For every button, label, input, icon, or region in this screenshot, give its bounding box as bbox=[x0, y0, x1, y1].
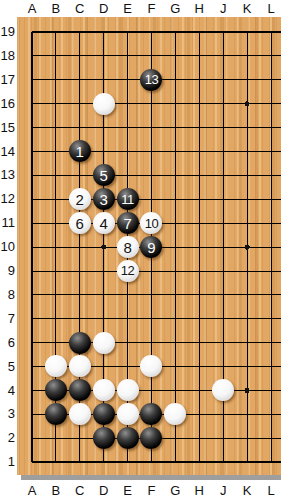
stone-E11[interactable]: 7 bbox=[117, 212, 139, 234]
stone-C5[interactable] bbox=[69, 355, 91, 377]
coordinate-label-row-11: 11 bbox=[0, 215, 15, 231]
coordinate-label-col-H: H bbox=[189, 0, 209, 17]
coordinate-label-row-5: 5 bbox=[0, 359, 15, 375]
coordinate-label-col-G: G bbox=[165, 482, 185, 499]
stone-D13[interactable]: 5 bbox=[93, 164, 115, 186]
coordinate-label-col-K: K bbox=[237, 482, 257, 499]
coordinate-label-row-14: 14 bbox=[0, 144, 15, 160]
stone-D6[interactable] bbox=[93, 332, 115, 354]
coordinate-label-col-D: D bbox=[94, 0, 114, 17]
stone-D2[interactable] bbox=[93, 427, 115, 449]
stone-F11[interactable]: 10 bbox=[140, 212, 162, 234]
stone-C3[interactable] bbox=[69, 403, 91, 425]
coordinate-label-row-12: 12 bbox=[0, 191, 15, 207]
coordinate-label-col-A: A bbox=[22, 482, 42, 499]
stone-J4[interactable] bbox=[212, 379, 234, 401]
move-number: 6 bbox=[76, 216, 84, 231]
coordinate-label-col-J: J bbox=[213, 482, 233, 499]
stone-B3[interactable] bbox=[45, 403, 67, 425]
stone-C11[interactable]: 6 bbox=[69, 212, 91, 234]
stone-B5[interactable] bbox=[45, 355, 67, 377]
stone-C12[interactable]: 2 bbox=[69, 188, 91, 210]
stone-E9[interactable]: 12 bbox=[117, 260, 139, 282]
stone-E3[interactable] bbox=[117, 403, 139, 425]
stone-E2[interactable] bbox=[117, 427, 139, 449]
coordinate-label-col-F: F bbox=[142, 482, 162, 499]
stone-F10[interactable]: 9 bbox=[140, 236, 162, 258]
coordinate-label-col-G: G bbox=[165, 0, 185, 17]
stone-D12[interactable]: 3 bbox=[93, 188, 115, 210]
stone-D11[interactable]: 4 bbox=[93, 212, 115, 234]
stone-C6[interactable] bbox=[69, 332, 91, 354]
coordinate-label-row-19: 19 bbox=[0, 24, 15, 40]
move-number: 12 bbox=[121, 264, 134, 277]
stone-F3[interactable] bbox=[140, 403, 162, 425]
stone-F2[interactable] bbox=[140, 427, 162, 449]
coordinate-label-col-E: E bbox=[118, 482, 138, 499]
coordinate-label-col-D: D bbox=[94, 482, 114, 499]
coordinate-label-row-17: 17 bbox=[0, 72, 15, 88]
stone-B4[interactable] bbox=[45, 379, 67, 401]
move-number: 8 bbox=[123, 240, 131, 255]
stone-F5[interactable] bbox=[140, 355, 162, 377]
go-diagram: ABCDEFGHJKL 1918171615141312111098765432… bbox=[0, 0, 281, 500]
coordinate-label-col-J: J bbox=[213, 0, 233, 17]
move-number: 13 bbox=[145, 73, 158, 86]
coordinate-label-col-L: L bbox=[261, 0, 281, 17]
stone-E4[interactable] bbox=[117, 379, 139, 401]
move-number: 10 bbox=[145, 217, 158, 230]
move-number: 9 bbox=[147, 240, 155, 255]
stone-C4[interactable] bbox=[69, 379, 91, 401]
coordinate-label-row-16: 16 bbox=[0, 96, 15, 112]
coordinate-label-col-F: F bbox=[142, 0, 162, 17]
stone-layer: 13153117926410812 bbox=[20, 20, 281, 474]
coordinate-label-row-13: 13 bbox=[0, 167, 15, 183]
stone-D3[interactable] bbox=[93, 403, 115, 425]
coordinate-label-row-8: 8 bbox=[0, 287, 15, 303]
coordinate-label-row-4: 4 bbox=[0, 383, 15, 399]
coordinate-label-col-C: C bbox=[70, 0, 90, 17]
coordinate-label-col-L: L bbox=[261, 482, 281, 499]
stone-D16[interactable] bbox=[93, 93, 115, 115]
coordinate-label-row-15: 15 bbox=[0, 120, 15, 136]
coordinate-label-row-6: 6 bbox=[0, 335, 15, 351]
stone-D4[interactable] bbox=[93, 379, 115, 401]
stone-F17[interactable]: 13 bbox=[140, 69, 162, 91]
coordinate-label-row-18: 18 bbox=[0, 48, 15, 64]
coordinate-label-row-7: 7 bbox=[0, 311, 15, 327]
move-number: 4 bbox=[99, 216, 107, 231]
move-number: 11 bbox=[121, 193, 134, 206]
coordinate-label-col-C: C bbox=[70, 482, 90, 499]
coordinate-label-row-10: 10 bbox=[0, 239, 15, 255]
move-number: 3 bbox=[99, 192, 107, 207]
stone-E10[interactable]: 8 bbox=[117, 236, 139, 258]
move-number: 2 bbox=[76, 192, 84, 207]
coordinate-label-col-K: K bbox=[237, 0, 257, 17]
coordinate-label-col-E: E bbox=[118, 0, 138, 17]
coordinate-label-row-1: 1 bbox=[0, 454, 15, 470]
stone-G3[interactable] bbox=[164, 403, 186, 425]
coordinate-label-row-3: 3 bbox=[0, 406, 15, 422]
stone-C14[interactable]: 1 bbox=[69, 140, 91, 162]
move-number: 5 bbox=[99, 168, 107, 183]
goban[interactable]: 13153117926410812 bbox=[17, 17, 281, 475]
board-shadow bbox=[21, 475, 281, 480]
coordinate-label-col-H: H bbox=[189, 482, 209, 499]
coordinate-label-row-9: 9 bbox=[0, 263, 15, 279]
coordinate-label-col-A: A bbox=[22, 0, 42, 17]
coordinate-label-col-B: B bbox=[46, 482, 66, 499]
move-number: 7 bbox=[123, 216, 131, 231]
move-number: 1 bbox=[76, 144, 84, 159]
coordinate-label-row-2: 2 bbox=[0, 430, 15, 446]
stone-E12[interactable]: 11 bbox=[117, 188, 139, 210]
coordinate-label-col-B: B bbox=[46, 0, 66, 17]
